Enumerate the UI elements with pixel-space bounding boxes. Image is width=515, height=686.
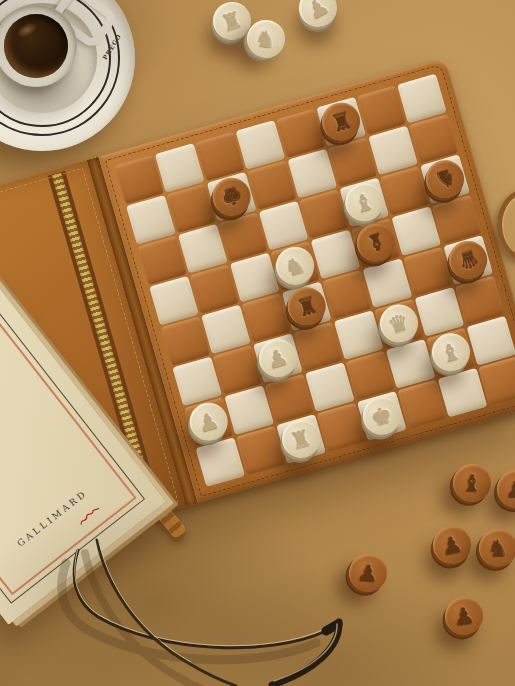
offboard-piece-brown-pawn-7[interactable]: ♟: [347, 552, 389, 594]
offboard-piece-brown-knight-6[interactable]: ♞: [479, 529, 515, 567]
offboard-piece-brown-pawn-8[interactable]: ♟: [443, 595, 486, 638]
offboard-piece-cream-pawn-2[interactable]: ♟: [292, 0, 344, 34]
pawn-glyph: ♟: [292, 0, 344, 34]
pawn-glyph: ♟: [497, 470, 515, 508]
pawn-glyph: ♟: [429, 522, 474, 567]
tabletop-scene: ♜♚♝♞♞♝♜♛♟♛♟♝♜♚ nrf GALLIMARD PREGO: [0, 0, 515, 686]
offboard-piece-cream-knight-1[interactable]: ♞: [245, 18, 288, 61]
pawn-glyph: ♟: [443, 595, 486, 638]
crema-highlight: [14, 20, 39, 40]
glasses-temple-left: [74, 550, 326, 648]
offboard-piece-brown-bishop-3[interactable]: ♝: [452, 463, 492, 503]
knight-glyph: ♞: [245, 18, 288, 61]
pawn-glyph: ♟: [347, 552, 389, 594]
offboard-piece-brown-pawn-4[interactable]: ♟: [497, 470, 515, 508]
knight-glyph: ♞: [479, 529, 515, 567]
bishop-glyph: ♝: [452, 463, 492, 503]
coffee-liquid: [4, 14, 68, 78]
reading-glasses[interactable]: [38, 524, 343, 686]
offboard-piece-brown-pawn-5[interactable]: ♟: [429, 522, 474, 567]
